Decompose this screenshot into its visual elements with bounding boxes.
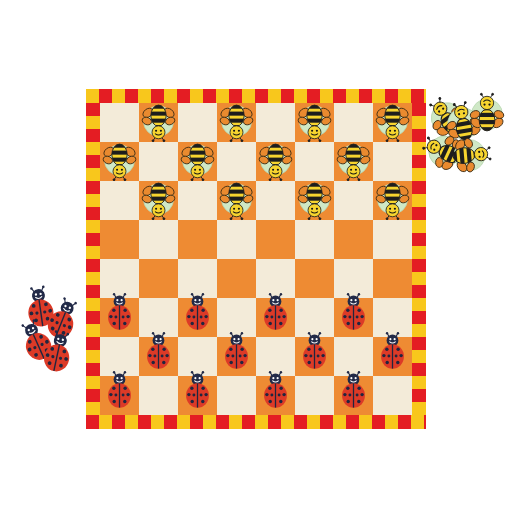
board-square[interactable] [256, 181, 295, 220]
bee-piece[interactable] [374, 101, 411, 144]
bee-piece[interactable] [257, 140, 294, 183]
board-square[interactable] [217, 220, 256, 259]
board-square[interactable] [100, 298, 139, 337]
antenna-tip [280, 293, 282, 295]
board-square[interactable] [373, 337, 412, 376]
bee-piece[interactable] [374, 179, 411, 222]
antenna-tip [269, 371, 271, 373]
board-square[interactable] [373, 103, 412, 142]
bee-face [480, 96, 493, 109]
board-square[interactable] [334, 220, 373, 259]
antenna-tip [113, 293, 115, 295]
bee-face [191, 165, 204, 178]
board-square[interactable] [373, 181, 412, 220]
ladybug-piece[interactable] [378, 330, 407, 371]
board-square[interactable] [178, 376, 217, 415]
board-square[interactable] [178, 103, 217, 142]
bee-piece[interactable] [140, 101, 177, 144]
antenna-tip [66, 332, 69, 335]
board-square[interactable] [100, 220, 139, 259]
board-square[interactable] [334, 142, 373, 181]
antenna-tip [358, 371, 360, 373]
ladybug-piece[interactable] [222, 330, 251, 371]
bee-piece[interactable] [218, 179, 255, 222]
antenna-tip [280, 371, 282, 373]
bee-piece[interactable] [218, 101, 255, 144]
board-square[interactable] [295, 181, 334, 220]
bee-face [230, 204, 243, 217]
bee-face [230, 126, 243, 139]
antenna-tip [191, 371, 193, 373]
board-square[interactable] [334, 181, 373, 220]
antenna-tip [30, 287, 33, 290]
bee-piece[interactable] [101, 140, 138, 183]
bee-face [152, 204, 165, 217]
board-square[interactable] [373, 142, 412, 181]
board-square[interactable] [139, 220, 178, 259]
board-square[interactable] [256, 220, 295, 259]
antenna-tip [32, 318, 35, 321]
ladybug-piece[interactable] [105, 291, 134, 332]
antenna-tip [163, 332, 165, 334]
board-square[interactable] [178, 298, 217, 337]
antenna-tip [319, 332, 321, 334]
board-grid [100, 103, 412, 415]
board-square[interactable] [100, 103, 139, 142]
board-square[interactable] [178, 181, 217, 220]
ladybug-piece[interactable] [300, 330, 329, 371]
antenna-tip [230, 332, 232, 334]
offboard-bee-piece[interactable] [447, 134, 494, 176]
board-border-left [86, 103, 100, 415]
antenna-tip [191, 293, 193, 295]
board-square[interactable] [256, 142, 295, 181]
antenna-tip [55, 330, 58, 333]
ladybug-piece[interactable] [339, 369, 368, 410]
board-border-bottom [86, 415, 426, 429]
board-square[interactable] [139, 181, 178, 220]
offboard-bee-piece[interactable] [468, 91, 506, 135]
board-square[interactable] [373, 220, 412, 259]
checkers-board [86, 89, 426, 429]
board-square[interactable] [295, 220, 334, 259]
board-square[interactable] [295, 259, 334, 298]
board-square[interactable] [217, 181, 256, 220]
board-square[interactable] [334, 298, 373, 337]
board-square[interactable] [373, 376, 412, 415]
antenna-tip [113, 371, 115, 373]
board-square[interactable] [178, 142, 217, 181]
bee-face [113, 165, 126, 178]
bee-face [386, 126, 399, 139]
board-square[interactable] [139, 142, 178, 181]
board-square[interactable] [256, 103, 295, 142]
ladybug-piece[interactable] [183, 291, 212, 332]
ladybug-piece[interactable] [144, 330, 173, 371]
board-square[interactable] [139, 337, 178, 376]
board-square[interactable] [295, 142, 334, 181]
antenna-tip [358, 293, 360, 295]
ladybug-piece[interactable] [261, 291, 290, 332]
antenna-tip [241, 332, 243, 334]
bee-piece[interactable] [296, 101, 333, 144]
ladybug-piece[interactable] [183, 369, 212, 410]
board-square[interactable] [217, 259, 256, 298]
bee-face [269, 165, 282, 178]
antenna-tip [386, 332, 388, 334]
antenna-tip [308, 332, 310, 334]
board-square[interactable] [295, 376, 334, 415]
bee-face [386, 204, 399, 217]
board-square[interactable] [334, 376, 373, 415]
bee-face [308, 126, 321, 139]
antenna-tip [269, 293, 271, 295]
scene [0, 0, 510, 510]
bee-piece[interactable] [296, 179, 333, 222]
antenna-tip [63, 296, 66, 299]
antenna-tip [347, 293, 349, 295]
board-square[interactable] [256, 298, 295, 337]
antenna-tip [152, 332, 154, 334]
antenna-tip [397, 332, 399, 334]
board-square[interactable] [100, 376, 139, 415]
antenna-tip [124, 371, 126, 373]
board-square[interactable] [178, 220, 217, 259]
board-square[interactable] [256, 376, 295, 415]
board-square[interactable] [100, 181, 139, 220]
antenna-tip [124, 293, 126, 295]
ladybug-piece[interactable] [339, 291, 368, 332]
board-square[interactable] [217, 142, 256, 181]
bee-piece[interactable] [179, 140, 216, 183]
ladybug-piece[interactable] [105, 369, 134, 410]
bee-face [347, 165, 360, 178]
antenna-tip [202, 293, 204, 295]
antenna-tip [347, 371, 349, 373]
ladybug-piece[interactable] [261, 369, 290, 410]
board-square[interactable] [139, 376, 178, 415]
board-square[interactable] [217, 103, 256, 142]
bee-face [152, 126, 165, 139]
board-square[interactable] [295, 337, 334, 376]
bee-piece[interactable] [140, 179, 177, 222]
board-square[interactable] [139, 103, 178, 142]
board-square[interactable] [217, 337, 256, 376]
bee-piece[interactable] [335, 140, 372, 183]
board-square[interactable] [139, 259, 178, 298]
board-square[interactable] [100, 142, 139, 181]
board-square[interactable] [295, 103, 334, 142]
board-square[interactable] [373, 259, 412, 298]
board-square[interactable] [217, 376, 256, 415]
board-square[interactable] [334, 103, 373, 142]
bee-face [308, 204, 321, 217]
antenna-tip [202, 371, 204, 373]
antenna-tip [42, 285, 45, 288]
